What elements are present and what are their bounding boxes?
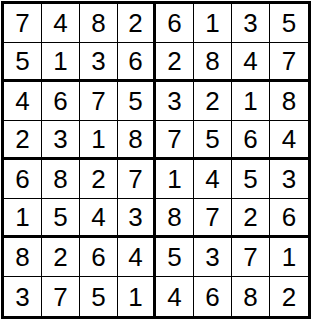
cell-r6c8[interactable]: 6 [270, 199, 308, 238]
cell-r6c6[interactable]: 7 [194, 199, 232, 238]
sudoku-board: 7482613551362847467532182318756468271453… [1, 1, 311, 319]
cell-r7c7[interactable]: 7 [232, 238, 270, 277]
cell-r4c4[interactable]: 8 [118, 121, 156, 160]
cell-r1c8[interactable]: 5 [270, 4, 308, 43]
cell-r2c1[interactable]: 5 [4, 43, 42, 82]
cell-r3c7[interactable]: 1 [232, 82, 270, 121]
cell-r1c5[interactable]: 6 [156, 4, 194, 43]
cell-r3c1[interactable]: 4 [4, 82, 42, 121]
cell-r7c8[interactable]: 1 [270, 238, 308, 277]
cell-r1c4[interactable]: 2 [118, 4, 156, 43]
cell-r6c5[interactable]: 8 [156, 199, 194, 238]
cell-r2c5[interactable]: 2 [156, 43, 194, 82]
cell-r6c1[interactable]: 1 [4, 199, 42, 238]
cell-r7c3[interactable]: 6 [80, 238, 118, 277]
cell-r7c2[interactable]: 2 [42, 238, 80, 277]
cell-r5c4[interactable]: 7 [118, 160, 156, 199]
cell-r7c4[interactable]: 4 [118, 238, 156, 277]
cell-r8c2[interactable]: 7 [42, 277, 80, 316]
cell-r4c2[interactable]: 3 [42, 121, 80, 160]
cell-r1c6[interactable]: 1 [194, 4, 232, 43]
cell-r6c2[interactable]: 5 [42, 199, 80, 238]
cell-r8c8[interactable]: 2 [270, 277, 308, 316]
cell-r3c2[interactable]: 6 [42, 82, 80, 121]
cell-r5c2[interactable]: 8 [42, 160, 80, 199]
cell-r1c3[interactable]: 8 [80, 4, 118, 43]
cell-r4c8[interactable]: 4 [270, 121, 308, 160]
cell-r1c1[interactable]: 7 [4, 4, 42, 43]
cell-r2c7[interactable]: 4 [232, 43, 270, 82]
cell-r7c5[interactable]: 5 [156, 238, 194, 277]
cell-r5c8[interactable]: 3 [270, 160, 308, 199]
cell-r4c3[interactable]: 1 [80, 121, 118, 160]
cell-r8c7[interactable]: 8 [232, 277, 270, 316]
cell-r3c3[interactable]: 7 [80, 82, 118, 121]
cell-r6c7[interactable]: 2 [232, 199, 270, 238]
cell-r8c6[interactable]: 6 [194, 277, 232, 316]
cell-r5c7[interactable]: 5 [232, 160, 270, 199]
cell-r2c6[interactable]: 8 [194, 43, 232, 82]
cell-r8c4[interactable]: 1 [118, 277, 156, 316]
cell-r2c4[interactable]: 6 [118, 43, 156, 82]
cell-r7c6[interactable]: 3 [194, 238, 232, 277]
cell-r2c2[interactable]: 1 [42, 43, 80, 82]
cell-r8c3[interactable]: 5 [80, 277, 118, 316]
cell-r8c1[interactable]: 3 [4, 277, 42, 316]
cell-r3c8[interactable]: 8 [270, 82, 308, 121]
cell-r3c6[interactable]: 2 [194, 82, 232, 121]
cell-r6c3[interactable]: 4 [80, 199, 118, 238]
cell-r4c7[interactable]: 6 [232, 121, 270, 160]
cell-r1c2[interactable]: 4 [42, 4, 80, 43]
cell-r8c5[interactable]: 4 [156, 277, 194, 316]
cell-r1c7[interactable]: 3 [232, 4, 270, 43]
cell-r3c5[interactable]: 3 [156, 82, 194, 121]
page-background: 7482613551362847467532182318756468271453… [0, 0, 312, 320]
cell-r4c1[interactable]: 2 [4, 121, 42, 160]
cell-r5c6[interactable]: 4 [194, 160, 232, 199]
cell-r2c8[interactable]: 7 [270, 43, 308, 82]
cell-r5c5[interactable]: 1 [156, 160, 194, 199]
cell-r2c3[interactable]: 3 [80, 43, 118, 82]
cell-r3c4[interactable]: 5 [118, 82, 156, 121]
cell-r6c4[interactable]: 3 [118, 199, 156, 238]
cell-r5c1[interactable]: 6 [4, 160, 42, 199]
cell-r7c1[interactable]: 8 [4, 238, 42, 277]
cell-r5c3[interactable]: 2 [80, 160, 118, 199]
cell-r4c5[interactable]: 7 [156, 121, 194, 160]
cell-r4c6[interactable]: 5 [194, 121, 232, 160]
